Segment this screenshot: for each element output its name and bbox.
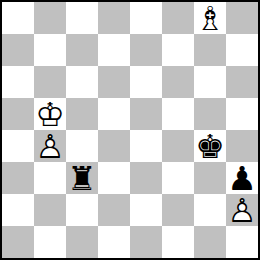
- square-a2[interactable]: [2, 194, 34, 226]
- square-f2[interactable]: [162, 194, 194, 226]
- square-a8[interactable]: [2, 2, 34, 34]
- square-b4[interactable]: ♟♙: [34, 130, 66, 162]
- square-f5[interactable]: [162, 98, 194, 130]
- square-d6[interactable]: [98, 66, 130, 98]
- square-h2[interactable]: ♟♙: [226, 194, 258, 226]
- square-b3[interactable]: [34, 162, 66, 194]
- square-e5[interactable]: [130, 98, 162, 130]
- square-g6[interactable]: [194, 66, 226, 98]
- square-h6[interactable]: [226, 66, 258, 98]
- square-c4[interactable]: [66, 130, 98, 162]
- square-a1[interactable]: [2, 226, 34, 258]
- square-f1[interactable]: [162, 226, 194, 258]
- white-king-b5[interactable]: ♔: [34, 98, 66, 130]
- white-pawn-h2[interactable]: ♙: [226, 194, 258, 226]
- square-f3[interactable]: [162, 162, 194, 194]
- square-h5[interactable]: [226, 98, 258, 130]
- square-e7[interactable]: [130, 34, 162, 66]
- square-e6[interactable]: [130, 66, 162, 98]
- square-g7[interactable]: [194, 34, 226, 66]
- square-c1[interactable]: [66, 226, 98, 258]
- square-b6[interactable]: [34, 66, 66, 98]
- square-d8[interactable]: [98, 2, 130, 34]
- black-pawn-h3[interactable]: ♟: [226, 162, 258, 194]
- square-a4[interactable]: [2, 130, 34, 162]
- square-g3[interactable]: [194, 162, 226, 194]
- square-c7[interactable]: [66, 34, 98, 66]
- square-g8[interactable]: ♝♗: [194, 2, 226, 34]
- square-e8[interactable]: [130, 2, 162, 34]
- square-g4[interactable]: ♚: [194, 130, 226, 162]
- square-h4[interactable]: [226, 130, 258, 162]
- square-g2[interactable]: [194, 194, 226, 226]
- square-c6[interactable]: [66, 66, 98, 98]
- square-b1[interactable]: [34, 226, 66, 258]
- square-h3[interactable]: ♟: [226, 162, 258, 194]
- square-c5[interactable]: [66, 98, 98, 130]
- black-rook-c3[interactable]: ♜: [66, 162, 98, 194]
- square-d5[interactable]: [98, 98, 130, 130]
- square-h8[interactable]: [226, 2, 258, 34]
- square-b2[interactable]: [34, 194, 66, 226]
- square-e3[interactable]: [130, 162, 162, 194]
- square-d4[interactable]: [98, 130, 130, 162]
- square-d7[interactable]: [98, 34, 130, 66]
- square-a7[interactable]: [2, 34, 34, 66]
- square-a6[interactable]: [2, 66, 34, 98]
- white-bishop-g8[interactable]: ♗: [194, 2, 226, 34]
- square-g1[interactable]: [194, 226, 226, 258]
- black-king-g4[interactable]: ♚: [194, 130, 226, 162]
- square-b5[interactable]: ♚♔: [34, 98, 66, 130]
- square-h7[interactable]: [226, 34, 258, 66]
- square-d2[interactable]: [98, 194, 130, 226]
- square-e4[interactable]: [130, 130, 162, 162]
- white-pawn-b4[interactable]: ♙: [34, 130, 66, 162]
- square-e2[interactable]: [130, 194, 162, 226]
- square-c3[interactable]: ♜: [66, 162, 98, 194]
- square-a5[interactable]: [2, 98, 34, 130]
- square-e1[interactable]: [130, 226, 162, 258]
- square-b7[interactable]: [34, 34, 66, 66]
- square-d1[interactable]: [98, 226, 130, 258]
- square-c8[interactable]: [66, 2, 98, 34]
- square-f6[interactable]: [162, 66, 194, 98]
- square-c2[interactable]: [66, 194, 98, 226]
- chess-board: ♝♗♚♔♟♙♚♜♟♟♙: [0, 0, 260, 260]
- square-g5[interactable]: [194, 98, 226, 130]
- square-b8[interactable]: [34, 2, 66, 34]
- square-a3[interactable]: [2, 162, 34, 194]
- square-d3[interactable]: [98, 162, 130, 194]
- square-f8[interactable]: [162, 2, 194, 34]
- square-h1[interactable]: [226, 226, 258, 258]
- square-f7[interactable]: [162, 34, 194, 66]
- square-f4[interactable]: [162, 130, 194, 162]
